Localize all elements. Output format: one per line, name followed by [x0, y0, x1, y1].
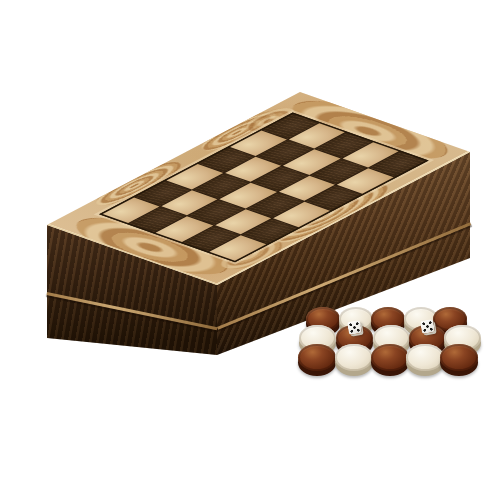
- checker-rim: [339, 312, 373, 336]
- checker-rim: [444, 330, 481, 357]
- brown-checker: [298, 344, 336, 379]
- white-checker: [335, 344, 373, 379]
- checker-face: [406, 344, 444, 371]
- checker-face: [371, 307, 405, 331]
- product-photo-scene: [0, 0, 500, 500]
- white-checker: [299, 325, 336, 359]
- brown-checker: [371, 307, 405, 338]
- checker-face: [404, 307, 438, 331]
- checker-rim: [409, 330, 446, 357]
- white-checker: [406, 344, 444, 379]
- white-checker: [404, 307, 438, 338]
- checker-face: [299, 325, 336, 352]
- brown-checker: [371, 344, 409, 379]
- checker-rim: [298, 349, 336, 376]
- brown-checker: [440, 344, 478, 379]
- die: [420, 319, 435, 334]
- checker-rim: [433, 312, 467, 336]
- checker-rim: [371, 349, 409, 376]
- checker-face: [371, 344, 409, 371]
- checker-face: [440, 344, 478, 371]
- checker-face: [373, 325, 410, 352]
- checker-rim: [404, 312, 438, 336]
- checker-face: [444, 325, 481, 352]
- white-checker: [444, 325, 481, 359]
- checker-rim: [440, 349, 478, 376]
- checker-rim: [373, 330, 410, 357]
- checker-face: [336, 325, 373, 352]
- brown-checker: [409, 325, 446, 359]
- checker-face: [409, 325, 446, 352]
- checker-rim: [335, 349, 373, 376]
- checker-rim: [299, 330, 336, 357]
- checker-face: [335, 344, 373, 371]
- white-checker: [339, 307, 373, 338]
- brown-checker: [336, 325, 373, 359]
- checker-rim: [406, 349, 444, 376]
- checker-face: [298, 344, 336, 371]
- checker-face: [339, 307, 373, 331]
- brown-checker: [433, 307, 467, 338]
- checker-rim: [336, 330, 373, 357]
- checker-rim: [371, 312, 405, 336]
- die: [347, 320, 362, 335]
- checker-face: [433, 307, 467, 331]
- white-checker: [373, 325, 410, 359]
